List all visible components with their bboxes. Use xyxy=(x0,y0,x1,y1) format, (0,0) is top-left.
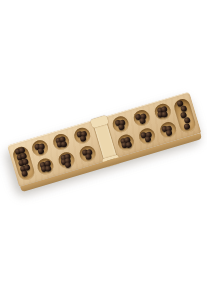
stone xyxy=(45,164,52,171)
stone xyxy=(165,129,172,136)
stone xyxy=(125,141,132,148)
stone xyxy=(183,123,190,130)
mancala-board xyxy=(7,92,203,193)
pit xyxy=(36,156,56,176)
pit xyxy=(57,150,77,170)
pit xyxy=(137,126,157,146)
pit xyxy=(78,144,98,164)
stone xyxy=(79,134,86,141)
pit xyxy=(51,132,71,152)
pit xyxy=(116,133,136,153)
stone xyxy=(21,170,28,177)
pit xyxy=(72,126,92,146)
stone xyxy=(118,123,125,130)
pit xyxy=(152,102,172,122)
hinge-tab-top xyxy=(90,115,109,128)
stone xyxy=(144,135,151,142)
stone xyxy=(60,140,67,147)
stone xyxy=(85,153,92,160)
pit xyxy=(158,120,178,140)
pit xyxy=(31,138,51,158)
stone xyxy=(161,110,168,117)
stone xyxy=(138,117,145,124)
pit xyxy=(132,108,152,128)
pit xyxy=(111,114,131,134)
stone xyxy=(64,161,71,168)
board-face xyxy=(7,92,201,187)
stone xyxy=(37,147,44,154)
product-photo-mancala-board[interactable] xyxy=(0,0,207,290)
